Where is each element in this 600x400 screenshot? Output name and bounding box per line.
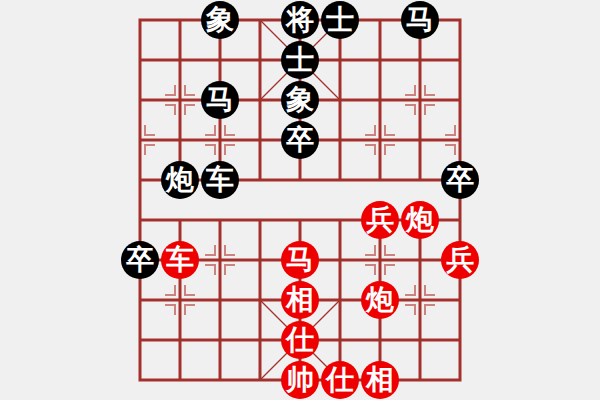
black-cannon[interactable]: 炮 [161, 161, 199, 199]
red-advisor[interactable]: 仕 [281, 321, 319, 359]
black-chariot[interactable]: 车 [201, 161, 239, 199]
black-advisor[interactable]: 士 [281, 41, 319, 79]
black-general[interactable]: 将 [281, 1, 319, 39]
black-soldier[interactable]: 卒 [441, 161, 479, 199]
red-soldier[interactable]: 兵 [441, 241, 479, 279]
red-advisor[interactable]: 仕 [321, 361, 359, 399]
black-elephant[interactable]: 象 [281, 81, 319, 119]
black-soldier[interactable]: 卒 [281, 121, 319, 159]
red-elephant[interactable]: 相 [361, 361, 399, 399]
black-advisor[interactable]: 士 [321, 1, 359, 39]
black-soldier[interactable]: 卒 [121, 241, 159, 279]
red-general[interactable]: 帅 [281, 361, 319, 399]
red-soldier[interactable]: 兵 [361, 201, 399, 239]
red-horse[interactable]: 马 [281, 241, 319, 279]
red-cannon[interactable]: 炮 [401, 201, 439, 239]
red-elephant[interactable]: 相 [281, 281, 319, 319]
xiangqi-app: 象将士马士马象卒炮车卒兵炮卒车马兵相炮仕帅仕相 [0, 0, 600, 400]
xiangqi-board[interactable]: 象将士马士马象卒炮车卒兵炮卒车马兵相炮仕帅仕相 [120, 0, 480, 400]
red-cannon[interactable]: 炮 [361, 281, 399, 319]
black-horse[interactable]: 马 [201, 81, 239, 119]
black-elephant[interactable]: 象 [201, 1, 239, 39]
black-horse[interactable]: 马 [401, 1, 439, 39]
red-chariot[interactable]: 车 [161, 241, 199, 279]
